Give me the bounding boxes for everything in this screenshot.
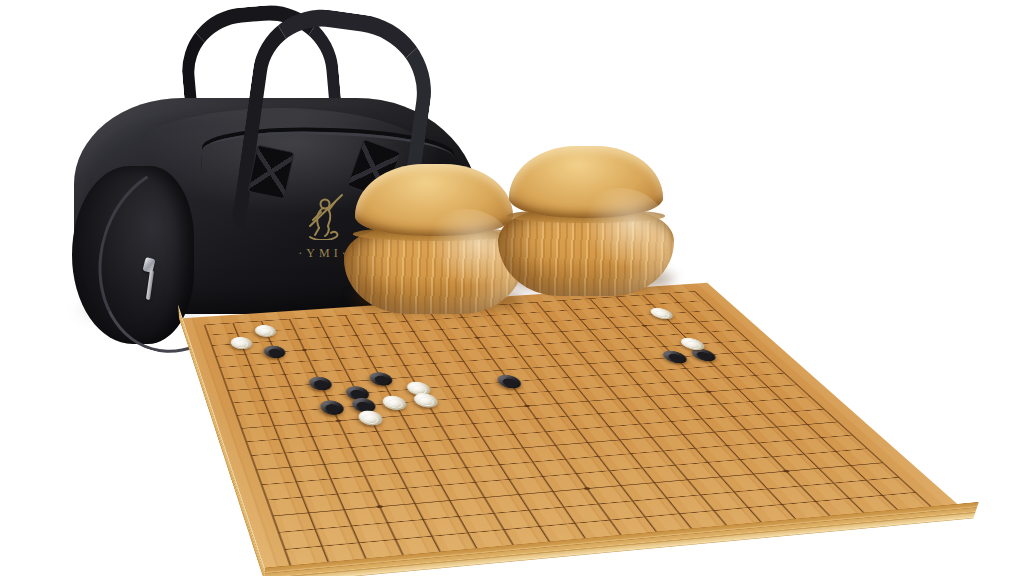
board-grid bbox=[179, 283, 973, 576]
board-surface: ●●●●●●●●●○○○○○○○○ bbox=[179, 283, 973, 576]
go-board: ●●●●●●●●●○○○○○○○○ bbox=[179, 283, 973, 576]
bowl-right-gloss bbox=[572, 188, 669, 281]
product-photo-scene: ·YMI· ●●●●●●●●●○○○○○○○○ bbox=[0, 0, 1024, 576]
stone-bowl-right bbox=[498, 146, 674, 296]
white-stone: ○ bbox=[355, 410, 385, 426]
stone-bowl-left bbox=[344, 164, 524, 314]
